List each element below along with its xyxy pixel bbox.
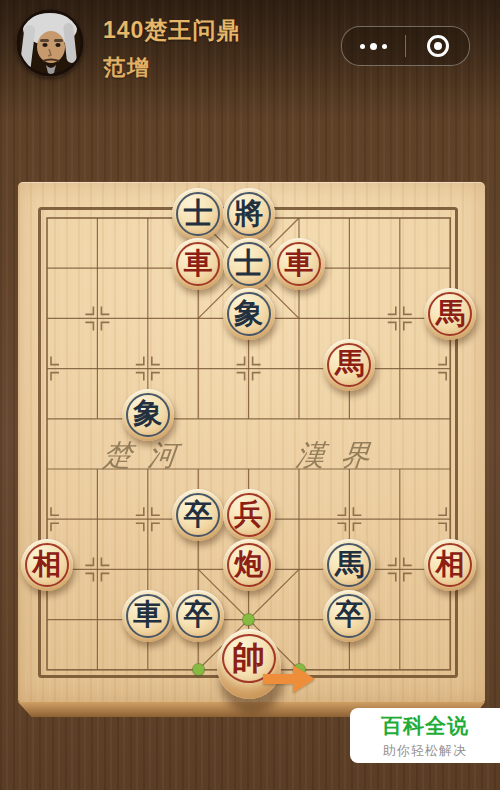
record-circle-icon — [427, 35, 449, 57]
piece-glyph: 卒 — [335, 600, 364, 629]
puzzle-title: 140楚王问鼎 — [103, 15, 240, 46]
watermark-title: 百科全说 — [381, 712, 469, 740]
piece-glyph: 象 — [234, 299, 263, 328]
piece-black-elephant[interactable]: 象 — [223, 288, 275, 340]
move-hint-dot[interactable] — [193, 664, 204, 675]
home-button[interactable] — [406, 27, 469, 65]
piece-glyph: 相 — [33, 550, 62, 579]
piece-red-chariot[interactable]: 車 — [273, 238, 325, 290]
piece-black-elephant[interactable]: 象 — [122, 389, 174, 441]
piece-glyph: 士 — [234, 249, 263, 278]
piece-glyph: 士 — [184, 199, 213, 228]
piece-red-cannon[interactable]: 炮 — [223, 539, 275, 591]
piece-red-chariot[interactable]: 車 — [172, 238, 224, 290]
avatar — [16, 9, 84, 77]
move-hint-arrow — [263, 665, 315, 693]
piece-black-advisor[interactable]: 士 — [172, 188, 224, 240]
piece-glyph: 車 — [133, 600, 162, 629]
piece-black-soldier[interactable]: 卒 — [172, 489, 224, 541]
piece-black-soldier[interactable]: 卒 — [323, 590, 375, 642]
header-titles: 140楚王问鼎 范增 — [103, 15, 240, 83]
river-label-right: 漢界 — [259, 436, 423, 476]
watermark: 百科全说 助你轻松解决 — [350, 708, 500, 763]
piece-glyph: 車 — [184, 249, 213, 278]
piece-glyph: 象 — [133, 399, 162, 428]
piece-glyph: 相 — [436, 550, 465, 579]
piece-glyph: 馬 — [436, 299, 465, 328]
piece-glyph: 卒 — [184, 600, 213, 629]
piece-black-advisor[interactable]: 士 — [223, 238, 275, 290]
piece-glyph: 將 — [234, 199, 263, 228]
piece-glyph: 車 — [285, 249, 314, 278]
wechat-capsule — [341, 26, 470, 66]
header: 140楚王问鼎 范增 — [0, 0, 500, 96]
piece-red-soldier[interactable]: 兵 — [223, 489, 275, 541]
piece-glyph: 馬 — [335, 349, 364, 378]
river-label-left: 楚河 — [66, 436, 230, 476]
player-name: 范增 — [103, 53, 240, 83]
piece-black-soldier[interactable]: 卒 — [172, 590, 224, 642]
piece-glyph: 卒 — [184, 500, 213, 529]
piece-glyph: 兵 — [234, 500, 263, 529]
watermark-subtitle: 助你轻松解决 — [383, 742, 467, 760]
piece-black-general[interactable]: 將 — [223, 188, 275, 240]
piece-red-elephant[interactable]: 相 — [21, 539, 73, 591]
piece-black-chariot[interactable]: 車 — [122, 590, 174, 642]
xiangqi-board[interactable]: 楚河 漢界 士將車士車象馬馬象卒兵相炮馬相車卒卒帥 — [18, 182, 485, 702]
more-dots-icon — [360, 43, 387, 50]
app-page: 140楚王问鼎 范增 楚河 漢界 士將車士車象馬馬象卒兵相炮馬相車卒卒帥 百科全… — [0, 0, 500, 790]
piece-red-horse[interactable]: 馬 — [323, 339, 375, 391]
more-button[interactable] — [342, 27, 405, 65]
piece-glyph: 馬 — [335, 550, 364, 579]
piece-glyph: 炮 — [234, 550, 263, 579]
piece-glyph: 帥 — [232, 641, 265, 674]
